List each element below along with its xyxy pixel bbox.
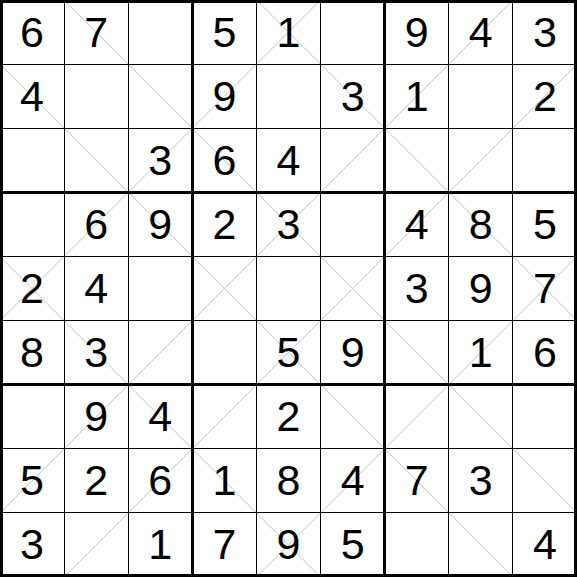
cell-r3c1[interactable] xyxy=(0,128,64,192)
cell-r8c8[interactable]: 3 xyxy=(449,449,513,513)
cell-r2c2[interactable] xyxy=(64,64,128,128)
cell-r8c5[interactable]: 8 xyxy=(256,449,320,513)
cell-r8c9[interactable] xyxy=(513,449,577,513)
cell-r7c8[interactable] xyxy=(449,385,513,449)
cell-r9c5[interactable]: 9 xyxy=(256,513,320,577)
cell-r5c5[interactable] xyxy=(256,256,320,320)
cell-r8c1[interactable]: 5 xyxy=(0,449,64,513)
cell-r9c8[interactable] xyxy=(449,513,513,577)
cell-r7c1[interactable] xyxy=(0,385,64,449)
cell-r5c6[interactable] xyxy=(321,256,385,320)
cell-r1c5[interactable]: 1 xyxy=(256,0,320,64)
cell-r7c3[interactable]: 4 xyxy=(128,385,192,449)
cell-r7c2[interactable]: 9 xyxy=(64,385,128,449)
cell-r6c1[interactable]: 8 xyxy=(0,321,64,385)
cell-r5c4[interactable] xyxy=(192,256,256,320)
cell-r5c8[interactable]: 9 xyxy=(449,256,513,320)
cell-r3c7[interactable] xyxy=(385,128,449,192)
cell-r6c4[interactable] xyxy=(192,321,256,385)
cell-r5c2[interactable]: 4 xyxy=(64,256,128,320)
cell-r9c6[interactable]: 5 xyxy=(321,513,385,577)
cell-r9c9[interactable]: 4 xyxy=(513,513,577,577)
cell-r8c4[interactable]: 1 xyxy=(192,449,256,513)
cell-r1c1[interactable]: 6 xyxy=(0,0,64,64)
cell-r9c4[interactable]: 7 xyxy=(192,513,256,577)
sudoku-board: 6751943493123646923485243978359169425261… xyxy=(0,0,577,577)
cell-r6c5[interactable]: 5 xyxy=(256,321,320,385)
cell-r6c3[interactable] xyxy=(128,321,192,385)
cell-r3c9[interactable] xyxy=(513,128,577,192)
cell-r7c6[interactable] xyxy=(321,385,385,449)
cell-r1c6[interactable] xyxy=(321,0,385,64)
cell-r9c2[interactable] xyxy=(64,513,128,577)
cell-r8c6[interactable]: 4 xyxy=(321,449,385,513)
cell-r9c3[interactable]: 1 xyxy=(128,513,192,577)
cell-r9c1[interactable]: 3 xyxy=(0,513,64,577)
cell-r3c8[interactable] xyxy=(449,128,513,192)
cell-r3c3[interactable]: 3 xyxy=(128,128,192,192)
cell-r1c9[interactable]: 3 xyxy=(513,0,577,64)
cell-r2c8[interactable] xyxy=(449,64,513,128)
cell-r4c6[interactable] xyxy=(321,192,385,256)
cell-r7c7[interactable] xyxy=(385,385,449,449)
cell-r7c4[interactable] xyxy=(192,385,256,449)
cell-r3c4[interactable]: 6 xyxy=(192,128,256,192)
cell-r4c4[interactable]: 2 xyxy=(192,192,256,256)
cell-r2c7[interactable]: 1 xyxy=(385,64,449,128)
cell-r4c8[interactable]: 8 xyxy=(449,192,513,256)
cell-r5c7[interactable]: 3 xyxy=(385,256,449,320)
sudoku-grid: 6751943493123646923485243978359169425261… xyxy=(0,0,577,577)
cell-r1c3[interactable] xyxy=(128,0,192,64)
cell-r6c8[interactable]: 1 xyxy=(449,321,513,385)
cell-r9c7[interactable] xyxy=(385,513,449,577)
cell-r8c3[interactable]: 6 xyxy=(128,449,192,513)
cell-r1c4[interactable]: 5 xyxy=(192,0,256,64)
cell-r2c9[interactable]: 2 xyxy=(513,64,577,128)
cell-r4c9[interactable]: 5 xyxy=(513,192,577,256)
cell-r1c7[interactable]: 9 xyxy=(385,0,449,64)
cell-r7c9[interactable] xyxy=(513,385,577,449)
cell-r1c2[interactable]: 7 xyxy=(64,0,128,64)
cell-r4c5[interactable]: 3 xyxy=(256,192,320,256)
cell-r6c9[interactable]: 6 xyxy=(513,321,577,385)
cell-r2c6[interactable]: 3 xyxy=(321,64,385,128)
cell-r7c5[interactable]: 2 xyxy=(256,385,320,449)
cell-r5c3[interactable] xyxy=(128,256,192,320)
cell-r2c5[interactable] xyxy=(256,64,320,128)
cell-r6c2[interactable]: 3 xyxy=(64,321,128,385)
cell-r6c6[interactable]: 9 xyxy=(321,321,385,385)
cell-r5c1[interactable]: 2 xyxy=(0,256,64,320)
cell-r4c1[interactable] xyxy=(0,192,64,256)
cell-r3c6[interactable] xyxy=(321,128,385,192)
cell-r4c3[interactable]: 9 xyxy=(128,192,192,256)
cell-r2c4[interactable]: 9 xyxy=(192,64,256,128)
cell-r4c7[interactable]: 4 xyxy=(385,192,449,256)
cell-r4c2[interactable]: 6 xyxy=(64,192,128,256)
cell-r1c8[interactable]: 4 xyxy=(449,0,513,64)
cell-r6c7[interactable] xyxy=(385,321,449,385)
cell-r5c9[interactable]: 7 xyxy=(513,256,577,320)
cell-r3c2[interactable] xyxy=(64,128,128,192)
cell-r3c5[interactable]: 4 xyxy=(256,128,320,192)
cell-r2c1[interactable]: 4 xyxy=(0,64,64,128)
cell-r8c2[interactable]: 2 xyxy=(64,449,128,513)
cell-r8c7[interactable]: 7 xyxy=(385,449,449,513)
cell-r2c3[interactable] xyxy=(128,64,192,128)
